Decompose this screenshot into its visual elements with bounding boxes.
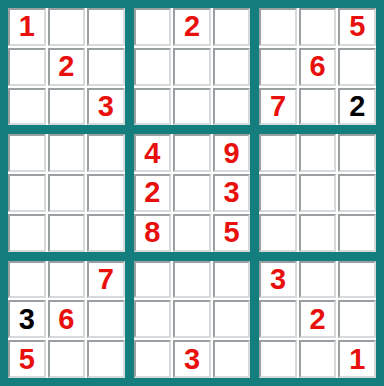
cell-r1c9[interactable]: 5 [338,8,376,46]
cell-r8c4[interactable] [134,300,172,338]
box-3: 5672 [259,8,376,125]
cell-r6c8[interactable] [299,214,337,252]
cell-r9c8[interactable] [299,340,337,378]
box-9: 321 [259,261,376,378]
cell-r8c1[interactable]: 3 [8,300,46,338]
cell-r5c8[interactable] [299,174,337,212]
cell-r9c6[interactable] [213,340,251,378]
cell-r1c3[interactable] [87,8,125,46]
cell-r7c8[interactable] [299,261,337,299]
cell-r4c6[interactable]: 9 [213,134,251,172]
cell-r2c6[interactable] [213,48,251,86]
cell-r8c3[interactable] [87,300,125,338]
cell-r7c2[interactable] [48,261,86,299]
box-2: 2 [134,8,251,125]
cell-r5c4[interactable]: 2 [134,174,172,212]
cell-r4c9[interactable] [338,134,376,172]
cell-r8c2[interactable]: 6 [48,300,86,338]
sudoku-board: 1232567249238573653321 [0,0,384,386]
cell-r6c7[interactable] [259,214,297,252]
cell-r4c2[interactable] [48,134,86,172]
cell-r2c8[interactable]: 6 [299,48,337,86]
cell-r7c9[interactable] [338,261,376,299]
cell-r7c3[interactable]: 7 [87,261,125,299]
cell-r1c6[interactable] [213,8,251,46]
cell-r4c8[interactable] [299,134,337,172]
cell-r3c9[interactable]: 2 [338,88,376,126]
cell-r6c5[interactable] [173,214,211,252]
cell-r9c2[interactable] [48,340,86,378]
cell-r5c2[interactable] [48,174,86,212]
cell-r2c3[interactable] [87,48,125,86]
cell-r7c5[interactable] [173,261,211,299]
cell-r3c2[interactable] [48,88,86,126]
box-6 [259,134,376,251]
cell-r8c7[interactable] [259,300,297,338]
cell-r4c1[interactable] [8,134,46,172]
cell-r1c5[interactable]: 2 [173,8,211,46]
cell-r6c4[interactable]: 8 [134,214,172,252]
cell-r3c4[interactable] [134,88,172,126]
cell-r6c1[interactable] [8,214,46,252]
cell-r1c2[interactable] [48,8,86,46]
box-1: 123 [8,8,125,125]
cell-r6c9[interactable] [338,214,376,252]
cell-r8c8[interactable]: 2 [299,300,337,338]
cell-r1c1[interactable]: 1 [8,8,46,46]
cell-r7c6[interactable] [213,261,251,299]
cell-r9c4[interactable] [134,340,172,378]
cell-r3c1[interactable] [8,88,46,126]
cell-r9c7[interactable] [259,340,297,378]
cell-r9c5[interactable]: 3 [173,340,211,378]
cell-r1c4[interactable] [134,8,172,46]
cell-r2c1[interactable] [8,48,46,86]
cell-r4c4[interactable]: 4 [134,134,172,172]
cell-r2c9[interactable] [338,48,376,86]
cell-r2c2[interactable]: 2 [48,48,86,86]
cell-r5c5[interactable] [173,174,211,212]
box-8: 3 [134,261,251,378]
cell-r3c7[interactable]: 7 [259,88,297,126]
cell-r8c5[interactable] [173,300,211,338]
cell-r6c2[interactable] [48,214,86,252]
cell-r3c3[interactable]: 3 [87,88,125,126]
cell-r1c7[interactable] [259,8,297,46]
cell-r5c1[interactable] [8,174,46,212]
cell-r2c5[interactable] [173,48,211,86]
cell-r5c3[interactable] [87,174,125,212]
cell-r6c6[interactable]: 5 [213,214,251,252]
cell-r5c7[interactable] [259,174,297,212]
cell-r6c3[interactable] [87,214,125,252]
cell-r5c9[interactable] [338,174,376,212]
cell-r8c6[interactable] [213,300,251,338]
cell-r5c6[interactable]: 3 [213,174,251,212]
cell-r1c8[interactable] [299,8,337,46]
cell-r9c9[interactable]: 1 [338,340,376,378]
cell-r4c5[interactable] [173,134,211,172]
cell-r3c8[interactable] [299,88,337,126]
cell-r7c1[interactable] [8,261,46,299]
cell-r7c7[interactable]: 3 [259,261,297,299]
cell-r4c3[interactable] [87,134,125,172]
cell-r2c4[interactable] [134,48,172,86]
cell-r9c3[interactable] [87,340,125,378]
box-4 [8,134,125,251]
cell-r8c9[interactable] [338,300,376,338]
cell-r4c7[interactable] [259,134,297,172]
cell-r3c5[interactable] [173,88,211,126]
cell-r2c7[interactable] [259,48,297,86]
cell-r7c4[interactable] [134,261,172,299]
box-5: 492385 [134,134,251,251]
cell-r3c6[interactable] [213,88,251,126]
cell-r9c1[interactable]: 5 [8,340,46,378]
box-7: 7365 [8,261,125,378]
